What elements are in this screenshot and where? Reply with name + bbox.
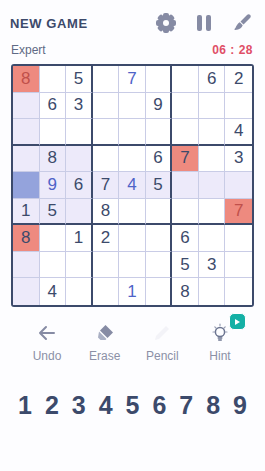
cell-r2c8[interactable] [199,93,226,120]
difficulty-label: Expert [11,43,46,57]
cell-r1c4[interactable] [93,66,120,93]
cell-r9c9[interactable] [225,278,252,305]
paint-brush-icon [231,12,253,34]
cell-r2c4[interactable] [93,93,120,120]
cell-r5c2[interactable]: 9 [40,172,67,199]
eraser-icon [94,322,116,344]
numpad-5[interactable]: 5 [121,391,145,420]
cell-r7c7[interactable]: 6 [172,225,199,252]
gear-icon [155,12,177,34]
numpad-8[interactable]: 8 [201,391,225,420]
play-icon [235,319,240,325]
cell-r5c5[interactable]: 4 [119,172,146,199]
cell-r6c7[interactable] [172,199,199,226]
cell-r5c7[interactable] [172,172,199,199]
cell-r4c9[interactable]: 3 [225,146,252,173]
hint-button[interactable]: Hint [197,322,243,363]
cell-r9c8[interactable] [199,278,226,305]
cell-r6c8[interactable] [199,199,226,226]
pause-icon [197,15,212,31]
cell-r9c4[interactable] [93,278,120,305]
cell-r4c1[interactable] [13,146,40,173]
cell-r4c7[interactable]: 7 [172,146,199,173]
numpad-3[interactable]: 3 [67,391,91,420]
numpad-7[interactable]: 7 [174,391,198,420]
undo-arrow-icon [36,322,58,344]
undo-label: Undo [33,349,62,363]
number-pad: 123456789 [0,391,265,420]
cell-r8c9[interactable] [225,252,252,279]
cell-r5c8[interactable] [199,172,226,199]
cell-r7c1[interactable]: 8 [13,225,40,252]
cell-r9c5[interactable]: 1 [119,278,146,305]
pencil-icon [151,322,173,344]
cell-r6c9[interactable]: 7 [225,199,252,226]
pencil-label: Pencil [146,349,179,363]
hint-ad-badge [229,313,246,330]
cell-r2c2[interactable]: 6 [40,93,67,120]
cell-r2c7[interactable] [172,93,199,120]
numpad-1[interactable]: 1 [13,391,37,420]
cell-r3c8[interactable] [199,119,226,146]
cell-r6c2[interactable]: 5 [40,199,67,226]
cell-r2c6[interactable]: 9 [146,93,173,120]
erase-button[interactable]: Erase [82,322,128,363]
cell-r6c6[interactable] [146,199,173,226]
cell-r2c5[interactable] [119,93,146,120]
cell-r6c1[interactable]: 1 [13,199,40,226]
cell-r9c6[interactable] [146,278,173,305]
cell-r9c3[interactable] [66,278,93,305]
header: NEW GAME [0,0,265,34]
numpad-4[interactable]: 4 [94,391,118,420]
cell-r3c7[interactable] [172,119,199,146]
cell-r2c9[interactable] [225,93,252,120]
cell-r7c6[interactable] [146,225,173,252]
cell-r4c8[interactable] [199,146,226,173]
cell-r2c3[interactable]: 3 [66,93,93,120]
cell-r8c3[interactable] [66,252,93,279]
settings-button[interactable] [155,12,177,34]
cell-r8c1[interactable] [13,252,40,279]
cell-r1c2[interactable] [40,66,67,93]
cell-r5c6[interactable]: 5 [146,172,173,199]
cell-r7c8[interactable] [199,225,226,252]
cell-r7c4[interactable]: 2 [93,225,120,252]
cell-r9c2[interactable]: 4 [40,278,67,305]
pause-button[interactable] [193,12,215,34]
numpad-6[interactable]: 6 [147,391,171,420]
cell-r8c4[interactable] [93,252,120,279]
cell-r9c1[interactable] [13,278,40,305]
cell-r4c4[interactable] [93,146,120,173]
cell-r1c8[interactable]: 6 [199,66,226,93]
cell-r3c5[interactable] [119,119,146,146]
hint-label: Hint [209,349,230,363]
cell-r5c1[interactable] [13,172,40,199]
page-title: NEW GAME [10,16,88,31]
cell-r5c4[interactable]: 7 [93,172,120,199]
status-bar: Expert 06 : 28 [0,42,265,58]
hint-bulb-icon [209,322,231,344]
cell-r6c4[interactable]: 8 [93,199,120,226]
cell-r4c6[interactable]: 6 [146,146,173,173]
cell-r9c7[interactable]: 8 [172,278,199,305]
cell-r7c2[interactable] [40,225,67,252]
cell-r3c3[interactable] [66,119,93,146]
cell-r1c3[interactable]: 5 [66,66,93,93]
cell-r7c5[interactable] [119,225,146,252]
cell-r1c7[interactable] [172,66,199,93]
numpad-2[interactable]: 2 [40,391,64,420]
cell-r4c3[interactable] [66,146,93,173]
cell-r3c2[interactable] [40,119,67,146]
cell-r6c5[interactable] [119,199,146,226]
theme-button[interactable] [231,12,253,34]
cell-r3c9[interactable]: 4 [225,119,252,146]
undo-button[interactable]: Undo [24,322,70,363]
cell-r8c5[interactable] [119,252,146,279]
cell-r1c1[interactable]: 8 [13,66,40,93]
cell-r6c3[interactable] [66,199,93,226]
toolbar: Undo Erase Pencil Hint [0,322,265,363]
timer: 06 : 28 [212,43,253,57]
cell-r8c7[interactable]: 5 [172,252,199,279]
erase-label: Erase [89,349,120,363]
cell-r2c1[interactable] [13,93,40,120]
cell-r8c6[interactable] [146,252,173,279]
cell-r5c3[interactable]: 6 [66,172,93,199]
cell-r4c2[interactable]: 8 [40,146,67,173]
cell-r5c9[interactable] [225,172,252,199]
cell-r1c6[interactable] [146,66,173,93]
cell-r3c4[interactable] [93,119,120,146]
cell-r8c2[interactable] [40,252,67,279]
cell-r3c6[interactable] [146,119,173,146]
numpad-9[interactable]: 9 [228,391,252,420]
cell-r7c9[interactable] [225,225,252,252]
cell-r3c1[interactable] [13,119,40,146]
cell-r8c8[interactable]: 3 [199,252,226,279]
cell-r1c5[interactable]: 7 [119,66,146,93]
sudoku-board: 8576263948673967451587812653418 [11,64,254,307]
cell-r7c3[interactable]: 1 [66,225,93,252]
cell-r4c5[interactable] [119,146,146,173]
pencil-button[interactable]: Pencil [139,322,185,363]
cell-r1c9[interactable]: 2 [225,66,252,93]
